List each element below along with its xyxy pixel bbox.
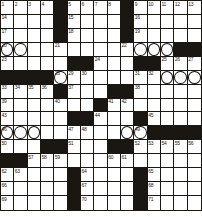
- cell-r9c8[interactable]: 44: [94, 112, 107, 126]
- black-cell-r6c4: [41, 71, 54, 85]
- clue-number: 67: [81, 182, 86, 188]
- cell-r4c4[interactable]: [41, 43, 54, 57]
- cell-r8c9[interactable]: 41: [108, 99, 121, 113]
- cell-r2c3[interactable]: [28, 15, 41, 29]
- cell-r4c6[interactable]: [68, 43, 81, 57]
- cell-r2c13[interactable]: [161, 15, 174, 29]
- cell-r13c12[interactable]: 65: [148, 168, 161, 182]
- cell-r15c2[interactable]: [14, 196, 27, 210]
- cell-r6c8[interactable]: [94, 71, 107, 85]
- cell-r13c14[interactable]: [174, 168, 187, 182]
- cell-r8c13[interactable]: [161, 99, 174, 113]
- clue-number: 64: [81, 168, 86, 174]
- black-cell-r10c13: [161, 126, 174, 140]
- clue-number: 29: [68, 70, 73, 76]
- cell-r12c4[interactable]: 58: [41, 154, 54, 168]
- cell-r2c4[interactable]: [41, 15, 54, 29]
- black-cell-r9c7: [81, 112, 94, 126]
- clue-number: 47: [68, 126, 73, 132]
- clue-number: 22: [121, 42, 126, 48]
- clue-number: 13: [188, 1, 193, 7]
- circle-mark: [28, 126, 40, 139]
- cell-r1c13[interactable]: 11: [161, 1, 174, 15]
- cell-r3c12[interactable]: [148, 29, 161, 43]
- circle-mark: [134, 43, 146, 56]
- cell-r14c3[interactable]: [28, 182, 41, 196]
- black-cell-r5c6: [68, 57, 81, 71]
- black-cell-r7c5: [54, 85, 67, 99]
- cell-r5c13[interactable]: 25: [161, 57, 174, 71]
- clue-number: 48: [81, 126, 86, 132]
- clue-number: 44: [95, 112, 100, 118]
- black-cell-r4c14: [174, 43, 187, 57]
- black-cell-r14c6: [68, 182, 81, 196]
- cell-r4c9[interactable]: [108, 43, 121, 57]
- cell-r14c8[interactable]: [94, 182, 107, 196]
- cell-r13c5[interactable]: [54, 168, 67, 182]
- clue-number: 39: [2, 98, 7, 104]
- cell-r10c4[interactable]: [41, 126, 54, 140]
- clue-number: 34: [15, 84, 20, 90]
- cell-r12c8[interactable]: [94, 154, 107, 168]
- cell-r2c1[interactable]: 14: [1, 15, 14, 29]
- cell-r15c7[interactable]: 70: [81, 196, 94, 210]
- cell-r6c5[interactable]: 28: [54, 71, 67, 85]
- cell-r4c7[interactable]: [81, 43, 94, 57]
- cell-r3c14[interactable]: [174, 29, 187, 43]
- cell-r9c9[interactable]: [108, 112, 121, 126]
- cell-r6c15[interactable]: [188, 71, 201, 85]
- clue-number: 59: [55, 154, 60, 160]
- circle-mark: [174, 71, 186, 84]
- cell-r15c8[interactable]: [94, 196, 107, 210]
- black-cell-r10c14: [174, 126, 187, 140]
- cell-r8c14[interactable]: [174, 99, 187, 113]
- clue-number: 70: [81, 196, 86, 202]
- cell-r1c12[interactable]: 10: [148, 1, 161, 15]
- clue-number: 69: [2, 196, 7, 202]
- cell-r10c1[interactable]: 46: [1, 126, 14, 140]
- clue-number: 11: [161, 1, 166, 7]
- black-cell-r11c4: [41, 140, 54, 154]
- clue-number: 16: [135, 14, 140, 20]
- clue-number: 49: [135, 126, 140, 132]
- black-cell-r10c12: [148, 126, 161, 140]
- black-cell-r6c3: [28, 71, 41, 85]
- cell-r10c9[interactable]: [108, 126, 121, 140]
- cell-r1c6[interactable]: 5: [68, 1, 81, 15]
- cell-r6c13[interactable]: [161, 71, 174, 85]
- crossword-grid: 1234567891011121314151617181920212223242…: [0, 0, 202, 211]
- cell-r10c8[interactable]: [94, 126, 107, 140]
- cell-r13c7[interactable]: 64: [81, 168, 94, 182]
- clue-number: 36: [41, 84, 46, 90]
- clue-number: 5: [68, 1, 70, 7]
- clue-number: 63: [15, 168, 20, 174]
- cell-r10c3[interactable]: [28, 126, 41, 140]
- cell-r13c15[interactable]: [188, 168, 201, 182]
- cell-r3c13[interactable]: [161, 29, 174, 43]
- clue-number: 41: [108, 98, 113, 104]
- black-cell-r13c11: [134, 168, 147, 182]
- clue-number: 55: [175, 140, 180, 146]
- cell-r15c4[interactable]: [41, 196, 54, 210]
- cell-r4c11[interactable]: [134, 43, 147, 57]
- clue-number: 18: [68, 28, 73, 34]
- cell-r15c9[interactable]: [108, 196, 121, 210]
- cell-r5c10[interactable]: [121, 57, 134, 71]
- cell-r4c12[interactable]: [148, 43, 161, 57]
- cell-r12c3[interactable]: 57: [28, 154, 41, 168]
- cell-r15c10[interactable]: [121, 196, 134, 210]
- cell-r14c9[interactable]: [108, 182, 121, 196]
- cell-r1c9[interactable]: 8: [108, 1, 121, 15]
- black-cell-r14c11: [134, 182, 147, 196]
- black-cell-r11c10: [121, 140, 134, 154]
- cell-r1c8[interactable]: 7: [94, 1, 107, 15]
- cell-r7c13[interactable]: [161, 85, 174, 99]
- clue-number: 23: [2, 56, 7, 62]
- cell-r9c1[interactable]: 43: [1, 112, 14, 126]
- cell-r12c9[interactable]: 60: [108, 154, 121, 168]
- cell-r14c7[interactable]: 67: [81, 182, 94, 196]
- cell-r1c3[interactable]: 3: [28, 1, 41, 15]
- cell-r11c6[interactable]: 51: [68, 140, 81, 154]
- clue-number: 31: [135, 70, 140, 76]
- cell-r5c9[interactable]: [108, 57, 121, 71]
- cell-r8c7[interactable]: [81, 99, 94, 113]
- cell-r7c6[interactable]: 37: [68, 85, 81, 99]
- cell-r14c2[interactable]: [14, 182, 27, 196]
- cell-r2c15[interactable]: [188, 15, 201, 29]
- cell-r7c3[interactable]: 35: [28, 85, 41, 99]
- cell-r11c14[interactable]: 55: [174, 140, 187, 154]
- clue-number: 35: [28, 84, 33, 90]
- clue-number: 20: [2, 42, 7, 48]
- cell-r11c1[interactable]: 50: [1, 140, 14, 154]
- black-cell-r4c15: [188, 43, 201, 57]
- clue-number: 9: [135, 1, 137, 7]
- cell-r3c9[interactable]: [108, 29, 121, 43]
- black-cell-r6c2: [14, 71, 27, 85]
- cell-r2c11[interactable]: 16: [134, 15, 147, 29]
- cell-r13c9[interactable]: [108, 168, 121, 182]
- cell-r10c5[interactable]: [54, 126, 67, 140]
- cell-r3c15[interactable]: [188, 29, 201, 43]
- cell-r8c3[interactable]: [28, 99, 41, 113]
- cell-r9c15[interactable]: [188, 112, 201, 126]
- clue-number: 10: [148, 1, 153, 7]
- clue-number: 3: [28, 1, 30, 7]
- black-cell-r12c1: [1, 154, 14, 168]
- black-cell-r2c10: [121, 15, 134, 29]
- clue-number: 25: [161, 56, 166, 62]
- black-cell-r15c6: [68, 196, 81, 210]
- cell-r2c8[interactable]: [94, 15, 107, 29]
- circle-mark: [161, 43, 173, 56]
- cell-r7c4[interactable]: 36: [41, 85, 54, 99]
- black-cell-r10c15: [188, 126, 201, 140]
- cell-r4c5[interactable]: 21: [54, 43, 67, 57]
- cell-r5c8[interactable]: 24: [94, 57, 107, 71]
- cell-r15c1[interactable]: 69: [1, 196, 14, 210]
- black-cell-r3c10: [121, 29, 134, 43]
- cell-r2c9[interactable]: [108, 15, 121, 29]
- cell-r12c11[interactable]: [134, 154, 147, 168]
- cell-r9c10[interactable]: [121, 112, 134, 126]
- cell-r14c15[interactable]: [188, 182, 201, 196]
- cell-r14c14[interactable]: [174, 182, 187, 196]
- black-cell-r8c8: [94, 99, 107, 113]
- cell-r10c7[interactable]: 48: [81, 126, 94, 140]
- cell-r1c14[interactable]: 12: [174, 1, 187, 15]
- cell-r8c2[interactable]: [14, 99, 27, 113]
- cell-r8c1[interactable]: 39: [1, 99, 14, 113]
- cell-r8c5[interactable]: 40: [54, 99, 67, 113]
- clue-number: 62: [2, 168, 7, 174]
- cell-r8c4[interactable]: [41, 99, 54, 113]
- cell-r1c7[interactable]: 6: [81, 1, 94, 15]
- cell-r15c14[interactable]: [174, 196, 187, 210]
- cell-r13c10[interactable]: [121, 168, 134, 182]
- cell-r6c12[interactable]: 32: [148, 71, 161, 85]
- cell-r9c14[interactable]: [174, 112, 187, 126]
- black-cell-r11c9: [108, 140, 121, 154]
- crossword-page: 1234567891011121314151617181920212223242…: [0, 0, 202, 217]
- cell-r2c6[interactable]: 15: [68, 15, 81, 29]
- clue-number: 58: [41, 154, 46, 160]
- black-cell-r11c5: [54, 140, 67, 154]
- cell-r5c4[interactable]: [41, 57, 54, 71]
- cell-r4c2[interactable]: [14, 43, 27, 57]
- cell-r3c4[interactable]: [41, 29, 54, 43]
- cell-r11c2[interactable]: [14, 140, 27, 154]
- black-cell-r15c11: [134, 196, 147, 210]
- cell-r15c13[interactable]: [161, 196, 174, 210]
- cell-r12c14[interactable]: [174, 154, 187, 168]
- cell-r8c10[interactable]: 42: [121, 99, 134, 113]
- cell-r3c7[interactable]: [81, 29, 94, 43]
- clue-number: 4: [41, 1, 43, 7]
- clue-number: 32: [148, 70, 153, 76]
- black-cell-r2c5: [54, 15, 67, 29]
- clue-number: 57: [28, 154, 33, 160]
- cell-r6c11[interactable]: 31: [134, 71, 147, 85]
- cell-r11c8[interactable]: [94, 140, 107, 154]
- cell-r6c9[interactable]: [108, 71, 121, 85]
- cell-r11c11[interactable]: 52: [134, 140, 147, 154]
- cell-r7c2[interactable]: 34: [14, 85, 27, 99]
- cell-r3c6[interactable]: 18: [68, 29, 81, 43]
- clue-number: 42: [121, 98, 126, 104]
- circle-mark: [148, 43, 160, 56]
- cell-r11c15[interactable]: 56: [188, 140, 201, 154]
- black-cell-r5c11: [134, 57, 147, 71]
- cell-r15c15[interactable]: [188, 196, 201, 210]
- black-cell-r6c1: [1, 71, 14, 85]
- cell-r6c10[interactable]: [121, 71, 134, 85]
- cell-r14c13[interactable]: [161, 182, 174, 196]
- clue-number: 53: [148, 140, 153, 146]
- cell-r14c10[interactable]: [121, 182, 134, 196]
- clue-number: 24: [95, 56, 100, 62]
- cell-r4c1[interactable]: 20: [1, 43, 14, 57]
- clue-number: 26: [175, 56, 180, 62]
- circle-mark: [14, 43, 26, 56]
- cell-r5c5[interactable]: [54, 57, 67, 71]
- cell-r10c6[interactable]: 47: [68, 126, 81, 140]
- black-cell-r13c6: [68, 168, 81, 182]
- cell-r11c3[interactable]: [28, 140, 41, 154]
- circle-mark: [121, 126, 133, 139]
- clue-number: 2: [15, 1, 17, 7]
- cell-r12c15[interactable]: [188, 154, 201, 168]
- black-cell-r7c9: [108, 85, 121, 99]
- black-cell-r1c5: [54, 1, 67, 15]
- cell-r8c12[interactable]: [148, 99, 161, 113]
- circle-mark: [161, 71, 173, 84]
- cell-r1c15[interactable]: 13: [188, 1, 201, 15]
- cell-r8c11[interactable]: [134, 99, 147, 113]
- cell-r7c7[interactable]: [81, 85, 94, 99]
- cell-r5c2[interactable]: [14, 57, 27, 71]
- cell-r7c1[interactable]: 33: [1, 85, 14, 99]
- clue-number: 60: [108, 154, 113, 160]
- cell-r5c15[interactable]: 27: [188, 57, 201, 71]
- cell-r3c11[interactable]: 19: [134, 29, 147, 43]
- cell-r1c2[interactable]: 2: [14, 1, 27, 15]
- clue-number: 56: [188, 140, 193, 146]
- cell-r12c10[interactable]: 61: [121, 154, 134, 168]
- cell-r2c14[interactable]: [174, 15, 187, 29]
- cell-r6c6[interactable]: 29: [68, 71, 81, 85]
- cell-r2c12[interactable]: [148, 15, 161, 29]
- cell-r8c6[interactable]: [68, 99, 81, 113]
- clue-number: 33: [2, 84, 7, 90]
- cell-r13c2[interactable]: 63: [14, 168, 27, 182]
- cell-r14c12[interactable]: 68: [148, 182, 161, 196]
- cell-r6c14[interactable]: [174, 71, 187, 85]
- cell-r9c12[interactable]: 45: [148, 112, 161, 126]
- clue-number: 52: [135, 140, 140, 146]
- cell-r15c5[interactable]: [54, 196, 67, 210]
- cell-r14c1[interactable]: 66: [1, 182, 14, 196]
- cell-r12c5[interactable]: 59: [54, 154, 67, 168]
- cell-r4c10[interactable]: 22: [121, 43, 134, 57]
- cell-r10c10[interactable]: [121, 126, 134, 140]
- clue-number: 27: [188, 56, 193, 62]
- cell-r8c15[interactable]: [188, 99, 201, 113]
- cell-r9c13[interactable]: [161, 112, 174, 126]
- cell-r4c3[interactable]: [28, 43, 41, 57]
- clue-number: 1: [2, 1, 4, 7]
- clue-number: 38: [135, 84, 140, 90]
- clue-number: 43: [2, 112, 7, 118]
- black-cell-r12c2: [14, 154, 27, 168]
- cell-r11c12[interactable]: 53: [148, 140, 161, 154]
- black-cell-r9c11: [134, 112, 147, 126]
- cell-r7c12[interactable]: [148, 85, 161, 99]
- cell-r12c13[interactable]: [161, 154, 174, 168]
- cell-r12c12[interactable]: [148, 154, 161, 168]
- cell-r9c2[interactable]: [14, 112, 27, 126]
- cell-r15c12[interactable]: 71: [148, 196, 161, 210]
- black-cell-r5c12: [148, 57, 161, 71]
- black-cell-r3c5: [54, 29, 67, 43]
- cell-r11c13[interactable]: 54: [161, 140, 174, 154]
- clue-number: 30: [81, 70, 86, 76]
- cell-r13c3[interactable]: [28, 168, 41, 182]
- circle-mark: [14, 126, 26, 139]
- clue-number: 15: [68, 14, 73, 20]
- cell-r11c7[interactable]: [81, 140, 94, 154]
- cell-r1c1[interactable]: 1: [1, 1, 14, 15]
- cell-r12c6[interactable]: [68, 154, 81, 168]
- cell-r1c11[interactable]: 9: [134, 1, 147, 15]
- cell-r12c7[interactable]: [81, 154, 94, 168]
- clue-number: 66: [2, 182, 7, 188]
- cell-r13c4[interactable]: [41, 168, 54, 182]
- clue-number: 6: [81, 1, 83, 7]
- cell-r7c14[interactable]: [174, 85, 187, 99]
- cell-r5c3[interactable]: [28, 57, 41, 71]
- cell-r14c5[interactable]: [54, 182, 67, 196]
- clue-number: 46: [2, 126, 7, 132]
- black-cell-r1c10: [121, 1, 134, 15]
- black-cell-r5c7: [81, 57, 94, 71]
- cell-r4c8[interactable]: [94, 43, 107, 57]
- cell-r7c15[interactable]: [188, 85, 201, 99]
- cell-r1c4[interactable]: 4: [41, 1, 54, 15]
- circle-mark: [188, 71, 201, 84]
- cell-r3c2[interactable]: [14, 29, 27, 43]
- cell-r13c13[interactable]: [161, 168, 174, 182]
- cell-r2c7[interactable]: [81, 15, 94, 29]
- cell-r13c8[interactable]: [94, 168, 107, 182]
- clue-number: 7: [95, 1, 97, 7]
- black-cell-r9c6: [68, 112, 81, 126]
- clue-number: 8: [108, 1, 110, 7]
- clue-number: 51: [68, 140, 73, 146]
- clue-number: 17: [2, 28, 7, 34]
- cell-r3c3[interactable]: [28, 29, 41, 43]
- clue-number: 65: [148, 168, 153, 174]
- clue-number: 50: [2, 140, 7, 146]
- cell-r3c1[interactable]: 17: [1, 29, 14, 43]
- clue-number: 19: [135, 28, 140, 34]
- cell-r10c2[interactable]: [14, 126, 27, 140]
- cell-r15c3[interactable]: [28, 196, 41, 210]
- cell-r4c13[interactable]: [161, 43, 174, 57]
- clue-number: 61: [121, 154, 126, 160]
- cell-r5c14[interactable]: 26: [174, 57, 187, 71]
- cell-r7c8[interactable]: [94, 85, 107, 99]
- clue-number: 40: [55, 98, 60, 104]
- cell-r9c4[interactable]: [41, 112, 54, 126]
- cell-r13c1[interactable]: 62: [1, 168, 14, 182]
- clue-number: 68: [148, 182, 153, 188]
- cell-r5c1[interactable]: 23: [1, 57, 14, 71]
- cell-r9c5[interactable]: [54, 112, 67, 126]
- cell-r9c3[interactable]: [28, 112, 41, 126]
- clue-number: 45: [148, 112, 153, 118]
- cell-r10c11[interactable]: 49: [134, 126, 147, 140]
- cell-r6c7[interactable]: 30: [81, 71, 94, 85]
- cell-r14c4[interactable]: [41, 182, 54, 196]
- cell-r7c11[interactable]: 38: [134, 85, 147, 99]
- cell-r3c8[interactable]: [94, 29, 107, 43]
- cell-r2c2[interactable]: [14, 15, 27, 29]
